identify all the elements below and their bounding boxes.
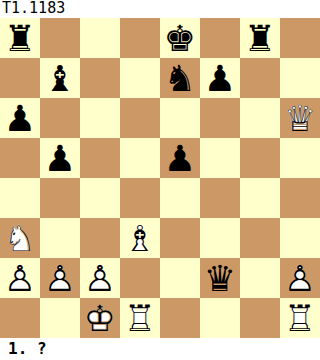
square-h7[interactable] [280,58,320,98]
square-c2[interactable]: ♟♙ [80,258,120,298]
black-rook-g8[interactable]: ♜ [240,18,280,58]
square-b1[interactable] [40,298,80,338]
piece-glyph: ♜ [0,18,40,58]
square-b2[interactable]: ♟♙ [40,258,80,298]
square-d3[interactable]: ♝♗ [120,218,160,258]
white-bishop-d3[interactable]: ♝♗ [120,218,160,258]
square-d8[interactable] [120,18,160,58]
square-f4[interactable] [200,178,240,218]
square-b3[interactable] [40,218,80,258]
square-a2[interactable]: ♟♙ [0,258,40,298]
square-b4[interactable] [40,178,80,218]
piece-glyph: ♟ [160,138,200,178]
square-f3[interactable] [200,218,240,258]
square-f5[interactable] [200,138,240,178]
square-f2[interactable]: ♛ [200,258,240,298]
white-knight-a3[interactable]: ♞♘ [0,218,40,258]
square-f7[interactable]: ♟ [200,58,240,98]
piece-glyph: ♟ [200,58,240,98]
piece-outline: ♙ [40,258,80,298]
square-e5[interactable]: ♟ [160,138,200,178]
square-c8[interactable] [80,18,120,58]
piece-glyph: ♝ [40,58,80,98]
puzzle-id: T1.1183 [0,0,320,18]
square-e1[interactable] [160,298,200,338]
piece-outline: ♗ [120,218,160,258]
square-h8[interactable] [280,18,320,58]
piece-outline: ♙ [80,258,120,298]
square-b8[interactable] [40,18,80,58]
square-g3[interactable] [240,218,280,258]
square-c1[interactable]: ♚♔ [80,298,120,338]
black-rook-a8[interactable]: ♜ [0,18,40,58]
white-rook-h1[interactable]: ♜♖ [280,298,320,338]
black-knight-e7[interactable]: ♞ [160,58,200,98]
square-e2[interactable] [160,258,200,298]
black-king-e8[interactable]: ♚ [160,18,200,58]
square-e6[interactable] [160,98,200,138]
black-pawn-a6[interactable]: ♟ [0,98,40,138]
square-b5[interactable]: ♟ [40,138,80,178]
square-h3[interactable] [280,218,320,258]
piece-glyph: ♚ [160,18,200,58]
square-g5[interactable] [240,138,280,178]
chess-puzzle-page: T1.1183 ♜♚♜♝♞♟♟♛♕♟♟♞♘♝♗♟♙♟♙♟♙♛♟♙♚♔♜♖♜♖ 1… [0,0,320,360]
white-pawn-c2[interactable]: ♟♙ [80,258,120,298]
square-g1[interactable] [240,298,280,338]
square-h5[interactable] [280,138,320,178]
square-d4[interactable] [120,178,160,218]
move-prompt: 1. ? [0,338,320,360]
square-a1[interactable] [0,298,40,338]
square-c6[interactable] [80,98,120,138]
square-d2[interactable] [120,258,160,298]
square-c4[interactable] [80,178,120,218]
square-d6[interactable] [120,98,160,138]
square-a5[interactable] [0,138,40,178]
chess-board: ♜♚♜♝♞♟♟♛♕♟♟♞♘♝♗♟♙♟♙♟♙♛♟♙♚♔♜♖♜♖ [0,18,320,338]
piece-outline: ♖ [280,298,320,338]
square-b6[interactable] [40,98,80,138]
piece-glyph: ♟ [0,98,40,138]
square-f1[interactable] [200,298,240,338]
square-e3[interactable] [160,218,200,258]
square-g7[interactable] [240,58,280,98]
piece-glyph: ♜ [240,18,280,58]
square-a8[interactable]: ♜ [0,18,40,58]
black-pawn-b5[interactable]: ♟ [40,138,80,178]
piece-outline: ♔ [80,298,120,338]
square-f8[interactable] [200,18,240,58]
white-pawn-h2[interactable]: ♟♙ [280,258,320,298]
square-a3[interactable]: ♞♘ [0,218,40,258]
square-g6[interactable] [240,98,280,138]
square-h2[interactable]: ♟♙ [280,258,320,298]
square-a7[interactable] [0,58,40,98]
piece-outline: ♖ [120,298,160,338]
square-d7[interactable] [120,58,160,98]
square-b7[interactable]: ♝ [40,58,80,98]
piece-glyph: ♛ [200,258,240,298]
white-pawn-a2[interactable]: ♟♙ [0,258,40,298]
piece-outline: ♙ [0,258,40,298]
square-h6[interactable]: ♛♕ [280,98,320,138]
square-c7[interactable] [80,58,120,98]
square-e4[interactable] [160,178,200,218]
square-g8[interactable]: ♜ [240,18,280,58]
piece-outline: ♕ [280,98,320,138]
square-h1[interactable]: ♜♖ [280,298,320,338]
white-queen-h6[interactable]: ♛♕ [280,98,320,138]
white-pawn-b2[interactable]: ♟♙ [40,258,80,298]
square-c3[interactable] [80,218,120,258]
square-g2[interactable] [240,258,280,298]
black-pawn-e5[interactable]: ♟ [160,138,200,178]
square-c5[interactable] [80,138,120,178]
black-queen-f2[interactable]: ♛ [200,258,240,298]
square-e8[interactable]: ♚ [160,18,200,58]
piece-outline: ♘ [0,218,40,258]
black-bishop-b7[interactable]: ♝ [40,58,80,98]
square-e7[interactable]: ♞ [160,58,200,98]
piece-glyph: ♟ [40,138,80,178]
white-rook-d1[interactable]: ♜♖ [120,298,160,338]
square-a6[interactable]: ♟ [0,98,40,138]
square-a4[interactable] [0,178,40,218]
piece-glyph: ♞ [160,58,200,98]
square-f6[interactable] [200,98,240,138]
white-king-c1[interactable]: ♚♔ [80,298,120,338]
piece-outline: ♙ [280,258,320,298]
square-g4[interactable] [240,178,280,218]
square-h4[interactable] [280,178,320,218]
square-d1[interactable]: ♜♖ [120,298,160,338]
black-pawn-f7[interactable]: ♟ [200,58,240,98]
square-d5[interactable] [120,138,160,178]
